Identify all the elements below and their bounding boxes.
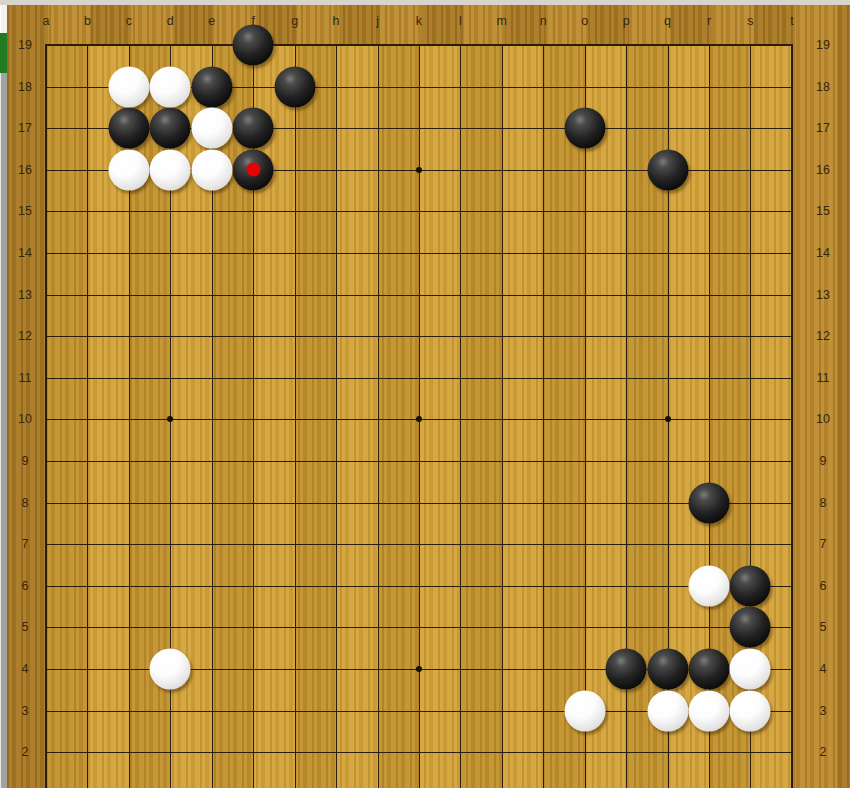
grid-line-horizontal-6 xyxy=(45,586,793,587)
stone-black-r4 xyxy=(689,649,730,690)
coord-label-left-14: 14 xyxy=(11,246,39,260)
coord-label-top-e: e xyxy=(198,14,226,28)
stone-white-o3 xyxy=(564,690,605,731)
star-point-k10 xyxy=(416,416,422,422)
grid-line-vertical-h xyxy=(336,44,337,788)
coord-label-right-16: 16 xyxy=(809,163,837,177)
coord-label-top-k: k xyxy=(405,14,433,28)
star-point-d10 xyxy=(167,416,173,422)
coord-label-right-14: 14 xyxy=(809,246,837,260)
coord-label-left-4: 4 xyxy=(11,662,39,676)
coord-label-right-9: 9 xyxy=(809,454,837,468)
stone-black-f19 xyxy=(233,25,274,66)
coord-label-top-q: q xyxy=(654,14,682,28)
stone-white-c16 xyxy=(108,149,149,190)
grid-line-vertical-l xyxy=(460,44,461,788)
grid-line-horizontal-8 xyxy=(45,503,793,504)
last-move-marker xyxy=(246,163,260,177)
grid-line-horizontal-9 xyxy=(45,461,793,462)
coord-label-top-t: t xyxy=(778,14,806,28)
coord-label-top-p: p xyxy=(612,14,640,28)
coord-label-right-8: 8 xyxy=(809,496,837,510)
coord-label-left-7: 7 xyxy=(11,537,39,551)
coord-label-left-3: 3 xyxy=(11,704,39,718)
coord-label-top-s: s xyxy=(736,14,764,28)
coord-label-right-18: 18 xyxy=(809,80,837,94)
coord-label-left-6: 6 xyxy=(11,579,39,593)
stone-black-s5 xyxy=(730,607,771,648)
stone-black-f16 xyxy=(233,149,274,190)
grid-line-vertical-o xyxy=(585,44,586,788)
grid-line-horizontal-7 xyxy=(45,544,793,545)
coord-label-right-7: 7 xyxy=(809,537,837,551)
stone-white-s3 xyxy=(730,690,771,731)
stone-black-q4 xyxy=(647,649,688,690)
coord-label-right-5: 5 xyxy=(809,620,837,634)
coord-label-left-17: 17 xyxy=(11,121,39,135)
stone-white-c18 xyxy=(108,66,149,107)
grid-line-horizontal-11 xyxy=(45,378,793,379)
go-app-window: abcdefghjklmnopqrst191918181717161615151… xyxy=(0,0,850,788)
grid-line-vertical-g xyxy=(295,44,296,788)
coord-label-right-12: 12 xyxy=(809,329,837,343)
grid-line-horizontal-13 xyxy=(45,295,793,296)
coord-label-left-18: 18 xyxy=(11,80,39,94)
stone-black-e18 xyxy=(191,66,232,107)
grid-line-horizontal-15 xyxy=(45,211,793,212)
coord-label-top-r: r xyxy=(695,14,723,28)
stone-black-r8 xyxy=(689,482,730,523)
coord-label-left-13: 13 xyxy=(11,288,39,302)
coord-label-left-11: 11 xyxy=(11,371,39,385)
stone-black-o17 xyxy=(564,108,605,149)
coord-label-right-6: 6 xyxy=(809,579,837,593)
left-scrollbar-thumb[interactable] xyxy=(0,33,7,73)
left-scrollbar-track-top xyxy=(0,5,7,33)
coord-label-top-j: j xyxy=(364,14,392,28)
stone-black-q16 xyxy=(647,149,688,190)
grid-line-vertical-j xyxy=(378,44,379,788)
coord-label-top-h: h xyxy=(322,14,350,28)
stone-white-r6 xyxy=(689,565,730,606)
coord-label-right-11: 11 xyxy=(809,371,837,385)
coord-label-right-19: 19 xyxy=(809,38,837,52)
stone-black-s6 xyxy=(730,565,771,606)
coord-label-left-10: 10 xyxy=(11,412,39,426)
coord-label-right-10: 10 xyxy=(809,412,837,426)
coord-label-right-2: 2 xyxy=(809,745,837,759)
star-point-q10 xyxy=(665,416,671,422)
coord-label-top-g: g xyxy=(281,14,309,28)
grid-line-horizontal-14 xyxy=(45,253,793,254)
coord-label-top-a: a xyxy=(32,14,60,28)
stone-black-d17 xyxy=(150,108,191,149)
coord-label-top-n: n xyxy=(529,14,557,28)
grid-line-horizontal-5 xyxy=(45,627,793,628)
stone-white-d16 xyxy=(150,149,191,190)
coord-label-right-4: 4 xyxy=(809,662,837,676)
grid-line-vertical-m xyxy=(502,44,503,788)
coord-label-top-d: d xyxy=(156,14,184,28)
coord-label-right-15: 15 xyxy=(809,204,837,218)
coord-label-left-16: 16 xyxy=(11,163,39,177)
star-point-k16 xyxy=(416,167,422,173)
stone-black-p4 xyxy=(606,649,647,690)
coord-label-left-8: 8 xyxy=(11,496,39,510)
grid-line-vertical-n xyxy=(543,44,544,788)
stone-white-r3 xyxy=(689,690,730,731)
left-scrollbar-track xyxy=(0,73,7,788)
grid-line-horizontal-12 xyxy=(45,336,793,337)
stone-white-e16 xyxy=(191,149,232,190)
stone-black-g18 xyxy=(274,66,315,107)
coord-label-top-l: l xyxy=(446,14,474,28)
grid-line-horizontal-2 xyxy=(45,752,793,753)
coord-label-left-2: 2 xyxy=(11,745,39,759)
stone-white-s4 xyxy=(730,649,771,690)
grid-line-vertical-t xyxy=(791,44,793,788)
coord-label-right-17: 17 xyxy=(809,121,837,135)
coord-label-left-9: 9 xyxy=(11,454,39,468)
stone-white-q3 xyxy=(647,690,688,731)
grid-line-horizontal-19 xyxy=(45,44,793,46)
coord-label-left-19: 19 xyxy=(11,38,39,52)
star-point-k4 xyxy=(416,666,422,672)
stone-white-d4 xyxy=(150,649,191,690)
coord-label-left-15: 15 xyxy=(11,204,39,218)
coord-label-top-o: o xyxy=(571,14,599,28)
grid-line-vertical-b xyxy=(87,44,88,788)
coord-label-right-13: 13 xyxy=(809,288,837,302)
coord-label-top-b: b xyxy=(73,14,101,28)
stone-white-e17 xyxy=(191,108,232,149)
stone-black-f17 xyxy=(233,108,274,149)
stone-white-d18 xyxy=(150,66,191,107)
stone-black-c17 xyxy=(108,108,149,149)
coord-label-top-c: c xyxy=(115,14,143,28)
coord-label-right-3: 3 xyxy=(809,704,837,718)
coord-label-left-5: 5 xyxy=(11,620,39,634)
coord-label-top-m: m xyxy=(488,14,516,28)
grid-line-vertical-a xyxy=(45,44,47,788)
coord-label-left-12: 12 xyxy=(11,329,39,343)
